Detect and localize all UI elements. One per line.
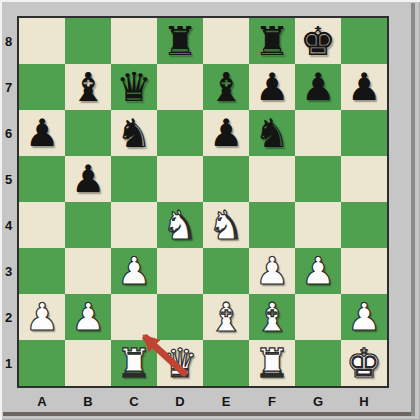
frame-bevel-bottom bbox=[3, 412, 413, 416]
square-a4[interactable] bbox=[19, 202, 65, 248]
square-g4[interactable] bbox=[295, 202, 341, 248]
square-d7[interactable] bbox=[157, 64, 203, 110]
piece-white-rook[interactable]: ♜ bbox=[116, 340, 152, 386]
piece-black-rook[interactable]: ♜ bbox=[162, 18, 198, 64]
square-b1[interactable] bbox=[65, 340, 111, 386]
square-d6[interactable] bbox=[157, 110, 203, 156]
square-c7[interactable]: ♛ bbox=[111, 64, 157, 110]
piece-white-knight[interactable]: ♞ bbox=[162, 202, 198, 248]
square-d3[interactable] bbox=[157, 248, 203, 294]
piece-black-pawn[interactable]: ♟ bbox=[25, 110, 59, 156]
square-c4[interactable] bbox=[111, 202, 157, 248]
piece-white-queen[interactable]: ♛ bbox=[162, 340, 198, 386]
board-frame: ♜♜♚♝♛♝♟♟♟♟♞♟♞♟♞♞♟♟♟♟♟♝♝♟♜♛♜♚ 87654321ABC… bbox=[0, 0, 420, 420]
rank-label-6: 6 bbox=[0, 110, 17, 156]
square-f6[interactable]: ♞ bbox=[249, 110, 295, 156]
square-c1[interactable]: ♜ bbox=[111, 340, 157, 386]
square-e7[interactable]: ♝ bbox=[203, 64, 249, 110]
square-f3[interactable]: ♟ bbox=[249, 248, 295, 294]
file-label-b: B bbox=[65, 391, 111, 411]
piece-white-pawn[interactable]: ♟ bbox=[301, 248, 335, 294]
piece-black-king[interactable]: ♚ bbox=[300, 18, 336, 64]
square-b5[interactable]: ♟ bbox=[65, 156, 111, 202]
square-g2[interactable] bbox=[295, 294, 341, 340]
piece-white-king[interactable]: ♚ bbox=[346, 340, 382, 386]
file-label-g: G bbox=[295, 391, 341, 411]
square-d8[interactable]: ♜ bbox=[157, 18, 203, 64]
piece-white-pawn[interactable]: ♟ bbox=[347, 294, 381, 340]
square-f2[interactable]: ♝ bbox=[249, 294, 295, 340]
rank-label-3: 3 bbox=[0, 248, 17, 294]
square-d4[interactable]: ♞ bbox=[157, 202, 203, 248]
piece-black-pawn[interactable]: ♟ bbox=[255, 64, 289, 110]
piece-black-pawn[interactable]: ♟ bbox=[71, 156, 105, 202]
square-h2[interactable]: ♟ bbox=[341, 294, 387, 340]
square-b2[interactable]: ♟ bbox=[65, 294, 111, 340]
piece-black-bishop[interactable]: ♝ bbox=[70, 64, 106, 110]
square-a1[interactable] bbox=[19, 340, 65, 386]
square-e5[interactable] bbox=[203, 156, 249, 202]
square-a6[interactable]: ♟ bbox=[19, 110, 65, 156]
square-a2[interactable]: ♟ bbox=[19, 294, 65, 340]
piece-white-bishop[interactable]: ♝ bbox=[208, 294, 244, 340]
piece-white-pawn[interactable]: ♟ bbox=[71, 294, 105, 340]
square-h8[interactable] bbox=[341, 18, 387, 64]
square-e4[interactable]: ♞ bbox=[203, 202, 249, 248]
piece-white-pawn[interactable]: ♟ bbox=[255, 248, 289, 294]
rank-label-4: 4 bbox=[0, 202, 17, 248]
piece-black-queen[interactable]: ♛ bbox=[116, 64, 152, 110]
square-g7[interactable]: ♟ bbox=[295, 64, 341, 110]
square-c8[interactable] bbox=[111, 18, 157, 64]
square-b6[interactable] bbox=[65, 110, 111, 156]
square-f5[interactable] bbox=[249, 156, 295, 202]
file-label-h: H bbox=[341, 391, 387, 411]
square-g5[interactable] bbox=[295, 156, 341, 202]
piece-black-knight[interactable]: ♞ bbox=[254, 110, 290, 156]
square-f4[interactable] bbox=[249, 202, 295, 248]
piece-black-pawn[interactable]: ♟ bbox=[301, 64, 335, 110]
square-e8[interactable] bbox=[203, 18, 249, 64]
square-c6[interactable]: ♞ bbox=[111, 110, 157, 156]
square-d2[interactable] bbox=[157, 294, 203, 340]
piece-black-knight[interactable]: ♞ bbox=[116, 110, 152, 156]
square-b7[interactable]: ♝ bbox=[65, 64, 111, 110]
square-f1[interactable]: ♜ bbox=[249, 340, 295, 386]
square-e1[interactable] bbox=[203, 340, 249, 386]
chess-board: ♜♜♚♝♛♝♟♟♟♟♞♟♞♟♞♞♟♟♟♟♟♝♝♟♜♛♜♚ bbox=[17, 16, 389, 388]
square-a3[interactable] bbox=[19, 248, 65, 294]
square-h6[interactable] bbox=[341, 110, 387, 156]
rank-label-8: 8 bbox=[0, 18, 17, 64]
piece-white-pawn[interactable]: ♟ bbox=[117, 248, 151, 294]
rank-label-2: 2 bbox=[0, 294, 17, 340]
piece-black-pawn[interactable]: ♟ bbox=[347, 64, 381, 110]
square-c3[interactable]: ♟ bbox=[111, 248, 157, 294]
square-f8[interactable]: ♜ bbox=[249, 18, 295, 64]
square-d5[interactable] bbox=[157, 156, 203, 202]
piece-white-bishop[interactable]: ♝ bbox=[254, 294, 290, 340]
rank-label-1: 1 bbox=[0, 340, 17, 386]
piece-white-pawn[interactable]: ♟ bbox=[25, 294, 59, 340]
square-g3[interactable]: ♟ bbox=[295, 248, 341, 294]
file-label-a: A bbox=[19, 391, 65, 411]
square-b4[interactable] bbox=[65, 202, 111, 248]
square-h7[interactable]: ♟ bbox=[341, 64, 387, 110]
rank-label-7: 7 bbox=[0, 64, 17, 110]
square-e3[interactable] bbox=[203, 248, 249, 294]
square-a7[interactable] bbox=[19, 64, 65, 110]
square-h3[interactable] bbox=[341, 248, 387, 294]
piece-black-bishop[interactable]: ♝ bbox=[208, 64, 244, 110]
square-g8[interactable]: ♚ bbox=[295, 18, 341, 64]
square-b8[interactable] bbox=[65, 18, 111, 64]
file-label-c: C bbox=[111, 391, 157, 411]
piece-black-rook[interactable]: ♜ bbox=[254, 18, 290, 64]
file-label-f: F bbox=[249, 391, 295, 411]
file-label-e: E bbox=[203, 391, 249, 411]
square-d1[interactable]: ♛ bbox=[157, 340, 203, 386]
square-a5[interactable] bbox=[19, 156, 65, 202]
square-h4[interactable] bbox=[341, 202, 387, 248]
file-label-d: D bbox=[157, 391, 203, 411]
square-b3[interactable] bbox=[65, 248, 111, 294]
square-e6[interactable]: ♟ bbox=[203, 110, 249, 156]
piece-black-pawn[interactable]: ♟ bbox=[209, 110, 243, 156]
square-a8[interactable] bbox=[19, 18, 65, 64]
piece-white-knight[interactable]: ♞ bbox=[208, 202, 244, 248]
frame-bevel-right bbox=[411, 3, 415, 416]
square-g6[interactable] bbox=[295, 110, 341, 156]
piece-white-rook[interactable]: ♜ bbox=[254, 340, 290, 386]
square-c5[interactable] bbox=[111, 156, 157, 202]
rank-label-5: 5 bbox=[0, 156, 17, 202]
square-h5[interactable] bbox=[341, 156, 387, 202]
square-f7[interactable]: ♟ bbox=[249, 64, 295, 110]
square-h1[interactable]: ♚ bbox=[341, 340, 387, 386]
square-g1[interactable] bbox=[295, 340, 341, 386]
square-c2[interactable] bbox=[111, 294, 157, 340]
square-e2[interactable]: ♝ bbox=[203, 294, 249, 340]
